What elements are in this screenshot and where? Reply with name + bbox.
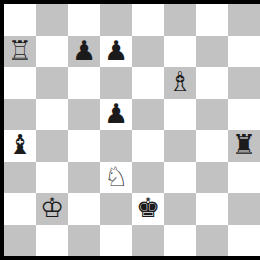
square-b6[interactable]	[36, 67, 68, 99]
square-g2[interactable]	[196, 193, 228, 225]
square-h4[interactable]: ♜	[228, 130, 260, 162]
square-h1[interactable]	[228, 225, 260, 257]
square-f7[interactable]	[164, 36, 196, 68]
square-c2[interactable]	[68, 193, 100, 225]
square-e5[interactable]	[132, 99, 164, 131]
square-g5[interactable]	[196, 99, 228, 131]
square-b5[interactable]	[36, 99, 68, 131]
square-b8[interactable]	[36, 4, 68, 36]
square-e7[interactable]	[132, 36, 164, 68]
square-h7[interactable]	[228, 36, 260, 68]
black-rook: ♜	[232, 131, 256, 158]
black-bishop: ♝	[8, 131, 32, 158]
square-e3[interactable]	[132, 162, 164, 194]
square-f8[interactable]	[164, 4, 196, 36]
square-a1[interactable]	[4, 225, 36, 257]
chess-diagram: ♖♟♟♗♟♝♜♘♔♚	[0, 0, 260, 260]
square-a2[interactable]	[4, 193, 36, 225]
white-rook: ♖	[8, 37, 32, 64]
square-a4[interactable]: ♝	[4, 130, 36, 162]
square-a3[interactable]	[4, 162, 36, 194]
square-c3[interactable]	[68, 162, 100, 194]
square-b1[interactable]	[36, 225, 68, 257]
square-g7[interactable]	[196, 36, 228, 68]
square-b7[interactable]	[36, 36, 68, 68]
square-a8[interactable]	[4, 4, 36, 36]
square-h5[interactable]	[228, 99, 260, 131]
square-c4[interactable]	[68, 130, 100, 162]
square-g3[interactable]	[196, 162, 228, 194]
square-g4[interactable]	[196, 130, 228, 162]
square-h6[interactable]	[228, 67, 260, 99]
square-h3[interactable]	[228, 162, 260, 194]
white-king: ♔	[40, 194, 64, 221]
square-d6[interactable]	[100, 67, 132, 99]
square-c8[interactable]	[68, 4, 100, 36]
chessboard: ♖♟♟♗♟♝♜♘♔♚	[0, 0, 260, 260]
square-f3[interactable]	[164, 162, 196, 194]
square-d3[interactable]: ♘	[100, 162, 132, 194]
square-d8[interactable]	[100, 4, 132, 36]
white-knight: ♘	[104, 163, 128, 190]
square-a5[interactable]	[4, 99, 36, 131]
square-d4[interactable]	[100, 130, 132, 162]
square-e2[interactable]: ♚	[132, 193, 164, 225]
black-king: ♚	[136, 194, 160, 221]
square-d1[interactable]	[100, 225, 132, 257]
square-f5[interactable]	[164, 99, 196, 131]
square-a6[interactable]	[4, 67, 36, 99]
square-e8[interactable]	[132, 4, 164, 36]
square-b3[interactable]	[36, 162, 68, 194]
square-h2[interactable]	[228, 193, 260, 225]
square-c7[interactable]: ♟	[68, 36, 100, 68]
square-f6[interactable]: ♗	[164, 67, 196, 99]
square-f2[interactable]	[164, 193, 196, 225]
square-b2[interactable]: ♔	[36, 193, 68, 225]
square-d2[interactable]	[100, 193, 132, 225]
square-c1[interactable]	[68, 225, 100, 257]
black-pawn: ♟	[104, 37, 128, 64]
square-e4[interactable]	[132, 130, 164, 162]
square-c6[interactable]	[68, 67, 100, 99]
square-d7[interactable]: ♟	[100, 36, 132, 68]
black-pawn: ♟	[72, 37, 96, 64]
square-g8[interactable]	[196, 4, 228, 36]
square-f1[interactable]	[164, 225, 196, 257]
square-h8[interactable]	[228, 4, 260, 36]
square-d5[interactable]: ♟	[100, 99, 132, 131]
square-b4[interactable]	[36, 130, 68, 162]
square-c5[interactable]	[68, 99, 100, 131]
square-e1[interactable]	[132, 225, 164, 257]
square-f4[interactable]	[164, 130, 196, 162]
square-e6[interactable]	[132, 67, 164, 99]
square-g6[interactable]	[196, 67, 228, 99]
black-pawn: ♟	[104, 100, 128, 127]
square-a7[interactable]: ♖	[4, 36, 36, 68]
square-g1[interactable]	[196, 225, 228, 257]
white-bishop: ♗	[168, 68, 192, 95]
